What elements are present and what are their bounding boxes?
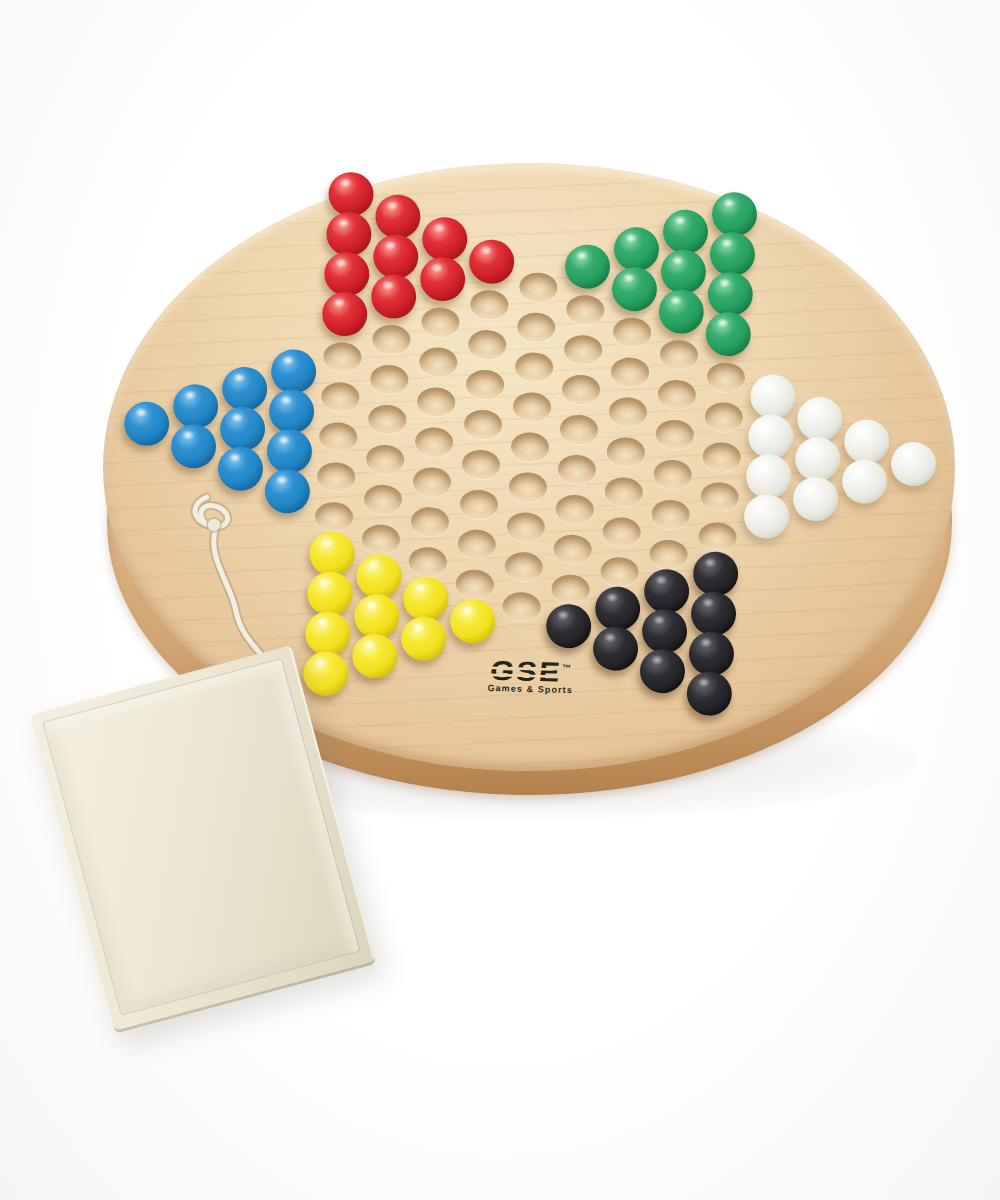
marble-green[interactable] <box>705 311 752 357</box>
hole-c6-2 <box>371 248 420 270</box>
board-hole <box>612 317 651 348</box>
hole-c9-4 <box>508 396 557 418</box>
marble-green[interactable] <box>662 209 709 255</box>
hole-c10-6 <box>552 458 601 480</box>
hole-c10-9 <box>546 578 595 600</box>
hole-c5-12 <box>303 625 352 647</box>
marble-white[interactable] <box>796 396 843 442</box>
marble-black[interactable] <box>641 608 688 654</box>
hole-c15-3 <box>791 491 840 513</box>
board-hole <box>363 484 402 515</box>
star-hole-grid <box>109 176 950 718</box>
board-hole <box>559 414 598 445</box>
marble-white[interactable] <box>743 493 790 539</box>
hole-c12-11 <box>640 623 689 645</box>
board-hole <box>553 534 592 565</box>
marble-red[interactable] <box>468 239 515 285</box>
hole-c13-2 <box>708 246 757 268</box>
marble-black[interactable] <box>594 586 641 632</box>
brand-name: GSE <box>489 659 563 685</box>
hole-c7-6 <box>410 431 459 453</box>
board-hole <box>506 511 545 542</box>
board-hole <box>519 272 558 303</box>
board-hole <box>510 432 549 463</box>
hole-c5-13 <box>301 665 350 687</box>
hole-c11-8 <box>597 521 646 543</box>
board-hole <box>698 521 737 552</box>
hole-c5-8 <box>312 466 361 488</box>
hole-c8-9 <box>450 573 499 595</box>
hole-c5-11 <box>305 585 354 607</box>
hole-c9-2 <box>512 316 561 338</box>
board-hole <box>504 551 543 582</box>
hole-c4-3 <box>265 443 314 465</box>
marble-blue[interactable] <box>268 388 315 434</box>
hole-c7-1 <box>420 231 469 253</box>
board-hole <box>463 409 502 440</box>
marble-white[interactable] <box>747 413 794 459</box>
board-hole <box>561 374 600 405</box>
hole-c8-1 <box>467 253 516 275</box>
hole-c14-3 <box>744 468 793 490</box>
board-hole <box>414 427 453 458</box>
hole-c5-7 <box>314 426 363 448</box>
hole-c9-7 <box>501 516 550 538</box>
board-hole <box>649 539 688 570</box>
board-hole <box>557 454 596 485</box>
board-hole <box>651 499 690 530</box>
hole-c8-4 <box>461 373 510 395</box>
board-hole <box>563 334 602 365</box>
hole-c10-3 <box>559 338 608 360</box>
hole-c13-12 <box>687 646 736 668</box>
marble-green[interactable] <box>707 271 754 317</box>
marble-white[interactable] <box>841 458 888 504</box>
hole-c12-2 <box>659 264 708 286</box>
board-hole <box>455 569 494 600</box>
hole-c13-5 <box>701 366 750 388</box>
hole-c17-1 <box>889 456 938 478</box>
marble-white[interactable] <box>792 476 839 522</box>
hole-c10-8 <box>548 538 597 560</box>
marble-green[interactable] <box>658 289 705 335</box>
hole-c12-4 <box>655 343 704 365</box>
board-hole <box>465 369 504 400</box>
hole-c12-12 <box>638 663 687 685</box>
hole-c11-6 <box>601 441 650 463</box>
marble-red[interactable] <box>325 211 372 257</box>
marble-black[interactable] <box>688 631 735 677</box>
hole-c14-2 <box>746 428 795 450</box>
marble-yellow[interactable] <box>353 593 400 639</box>
board-hole <box>653 459 692 490</box>
hole-c11-1 <box>612 241 661 263</box>
hole-c6-4 <box>367 328 416 350</box>
board-hole <box>514 352 553 383</box>
hole-c7-8 <box>405 511 454 533</box>
board-hole <box>657 379 696 410</box>
board-hole <box>508 471 547 502</box>
marble-red[interactable] <box>372 233 419 279</box>
hole-c4-4 <box>263 483 312 505</box>
board-hole <box>419 347 458 378</box>
board-hole <box>316 461 355 492</box>
marble-green[interactable] <box>613 226 660 272</box>
board-hole <box>416 387 455 418</box>
marble-white[interactable] <box>749 373 796 419</box>
marble-yellow[interactable] <box>304 610 351 656</box>
hole-c5-4 <box>320 306 369 328</box>
board-hole <box>372 324 411 355</box>
board-hole <box>655 419 694 450</box>
hole-c12-5 <box>652 383 701 405</box>
hole-c1-1 <box>122 416 171 438</box>
hole-c13-3 <box>706 286 755 308</box>
marble-blue[interactable] <box>170 423 217 469</box>
hole-c6-8 <box>359 488 408 510</box>
marble-yellow[interactable] <box>355 553 402 599</box>
marble-red[interactable] <box>419 256 466 302</box>
hole-c14-1 <box>748 388 797 410</box>
hole-c11-7 <box>599 481 648 503</box>
hole-c2-2 <box>169 438 218 460</box>
hole-c13-13 <box>685 685 734 707</box>
board-hole <box>319 421 358 452</box>
hole-c11-9 <box>595 561 644 583</box>
hole-c10-1 <box>563 259 612 281</box>
hole-c6-1 <box>373 209 422 231</box>
board-hole <box>700 482 739 513</box>
board-hole <box>412 466 451 497</box>
hole-c3-1 <box>220 381 269 403</box>
board-hole <box>368 404 407 435</box>
marble-black[interactable] <box>690 591 737 637</box>
hole-c4-2 <box>267 403 316 425</box>
board-hole <box>408 546 447 577</box>
board-hole <box>410 506 449 537</box>
hole-c9-6 <box>503 476 552 498</box>
hole-c5-2 <box>324 226 373 248</box>
marble-yellow[interactable] <box>402 576 449 622</box>
marble-blue[interactable] <box>123 401 170 447</box>
hole-c15-2 <box>793 451 842 473</box>
board-hole <box>421 307 460 338</box>
hole-c4-1 <box>269 363 318 385</box>
hole-c8-8 <box>452 533 501 555</box>
marble-green[interactable] <box>709 231 756 277</box>
marble-blue[interactable] <box>264 468 311 514</box>
board-hole <box>566 294 605 325</box>
board-hole <box>659 339 698 370</box>
hole-c8-5 <box>459 413 508 435</box>
hole-c7-4 <box>414 351 463 373</box>
hole-c9-8 <box>499 556 548 578</box>
hole-c11-5 <box>603 401 652 423</box>
hole-c13-1 <box>710 206 759 228</box>
hole-c13-7 <box>697 446 746 468</box>
board-hole <box>512 392 551 423</box>
marble-blue[interactable] <box>217 446 264 492</box>
hole-c8-6 <box>457 453 506 475</box>
marble-red[interactable] <box>321 291 368 337</box>
board-hole <box>461 449 500 480</box>
marble-black[interactable] <box>643 568 690 614</box>
board-hole <box>361 524 400 555</box>
hole-c6-3 <box>369 288 418 310</box>
hole-c6-6 <box>363 408 412 430</box>
board-hole <box>704 402 743 433</box>
board-hole <box>365 444 404 475</box>
marble-green[interactable] <box>711 191 758 237</box>
marble-black[interactable] <box>692 551 739 597</box>
marble-blue[interactable] <box>221 366 268 412</box>
board-hole <box>502 591 541 622</box>
hole-c13-9 <box>693 526 742 548</box>
gse-logo: GSE™ Games & Sports <box>438 656 624 697</box>
marble-black[interactable] <box>545 603 592 649</box>
product-photo: GSE™ Games & Sports <box>0 0 1000 1200</box>
board-hole <box>555 494 594 525</box>
hole-c6-11 <box>352 608 401 630</box>
hole-c7-5 <box>412 391 461 413</box>
board-hole <box>600 556 639 587</box>
marble-yellow[interactable] <box>449 598 496 644</box>
board-hole <box>608 397 647 428</box>
hole-c12-8 <box>646 503 695 525</box>
board-hole <box>468 329 507 360</box>
hole-c5-3 <box>322 266 371 288</box>
marble-white[interactable] <box>843 418 890 464</box>
hole-c10-10 <box>544 618 593 640</box>
hole-c14-4 <box>742 508 791 530</box>
hole-c15-1 <box>795 411 844 433</box>
hole-c10-4 <box>557 378 606 400</box>
board-hole <box>370 364 409 395</box>
hole-c12-1 <box>661 224 710 246</box>
board-hole <box>321 382 360 413</box>
hole-c7-3 <box>416 311 465 333</box>
marble-yellow[interactable] <box>351 633 398 679</box>
hole-c3-3 <box>216 461 265 483</box>
hole-c7-11 <box>399 630 448 652</box>
hole-c5-10 <box>307 546 356 568</box>
hole-c12-9 <box>644 543 693 565</box>
hole-c9-1 <box>514 276 563 298</box>
marble-yellow[interactable] <box>309 531 356 577</box>
marble-red[interactable] <box>374 194 421 240</box>
hole-c13-6 <box>699 406 748 428</box>
hole-c11-4 <box>606 361 655 383</box>
marble-white[interactable] <box>794 436 841 482</box>
board-hole <box>702 442 741 473</box>
marble-white[interactable] <box>890 441 937 487</box>
hole-c13-10 <box>691 566 740 588</box>
hole-c9-5 <box>506 436 555 458</box>
marble-red[interactable] <box>370 273 417 319</box>
hole-c9-9 <box>497 596 546 618</box>
board-hole <box>610 357 649 388</box>
hole-c8-10 <box>448 613 497 635</box>
trademark-symbol: ™ <box>562 663 571 673</box>
marble-yellow[interactable] <box>306 571 353 617</box>
hole-c8-7 <box>454 493 503 515</box>
hole-c12-7 <box>648 463 697 485</box>
hole-c7-9 <box>403 551 452 573</box>
hole-c12-3 <box>657 303 706 325</box>
marble-blue[interactable] <box>266 428 313 474</box>
marble-green[interactable] <box>660 249 707 295</box>
hole-c16-2 <box>840 473 889 495</box>
hole-c11-10 <box>593 601 642 623</box>
hole-c6-10 <box>354 568 403 590</box>
hole-c6-12 <box>350 648 399 670</box>
hole-c13-11 <box>689 606 738 628</box>
hole-c6-7 <box>361 448 410 470</box>
hole-c10-7 <box>550 498 599 520</box>
marble-red[interactable] <box>327 171 374 217</box>
hole-c7-7 <box>408 471 457 493</box>
hole-c6-5 <box>365 368 414 390</box>
board-hole <box>606 437 645 468</box>
marble-red[interactable] <box>323 251 370 297</box>
marble-green[interactable] <box>611 266 658 312</box>
hole-c3-2 <box>218 421 267 443</box>
hole-c11-2 <box>610 281 659 303</box>
marble-blue[interactable] <box>270 348 317 394</box>
hole-c10-5 <box>554 418 603 440</box>
marble-blue[interactable] <box>219 406 266 452</box>
hole-c12-10 <box>642 583 691 605</box>
marble-white[interactable] <box>745 453 792 499</box>
hole-c5-9 <box>310 506 359 528</box>
board-hole <box>706 362 745 393</box>
hole-c11-3 <box>608 321 657 343</box>
board-hole <box>314 501 353 532</box>
board-hole <box>457 529 496 560</box>
hole-c2-1 <box>171 398 220 420</box>
hole-c9-3 <box>510 356 559 378</box>
hole-c12-6 <box>650 423 699 445</box>
hole-c5-6 <box>316 386 365 408</box>
hole-c6-9 <box>356 528 405 550</box>
marble-black[interactable] <box>639 648 686 694</box>
board-hole <box>517 312 556 343</box>
hole-c8-2 <box>465 293 514 315</box>
marble-blue[interactable] <box>172 383 219 429</box>
board-hole <box>459 489 498 520</box>
board-hole <box>551 574 590 605</box>
hole-c8-3 <box>463 333 512 355</box>
hole-c5-5 <box>318 346 367 368</box>
board-hole <box>602 516 641 547</box>
board-hole <box>323 342 362 373</box>
hole-c10-2 <box>561 298 610 320</box>
marble-red[interactable] <box>421 216 468 262</box>
hole-c13-8 <box>695 486 744 508</box>
hole-c7-2 <box>418 271 467 293</box>
board-hole <box>470 289 509 320</box>
hole-c7-10 <box>401 591 450 613</box>
board-hole <box>604 476 643 507</box>
marble-green[interactable] <box>564 244 611 290</box>
hole-c5-1 <box>326 186 375 208</box>
hole-c16-1 <box>842 433 891 455</box>
hole-c13-4 <box>704 326 753 348</box>
